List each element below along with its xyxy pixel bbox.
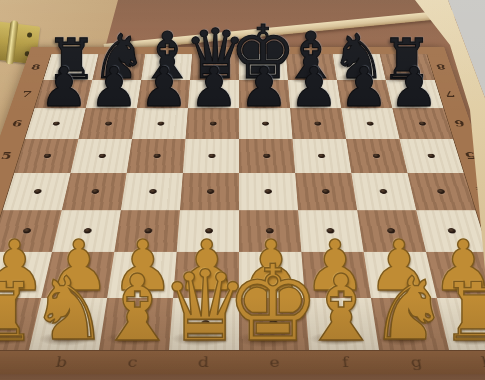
piece-black-pawn-a7[interactable]: ♟ [40, 60, 89, 115]
piece-black-pawn-b7[interactable]: ♟ [90, 60, 139, 115]
square-b4[interactable] [62, 173, 127, 210]
peg-hole [91, 189, 99, 194]
peg-hole [436, 189, 445, 194]
peg-hole [43, 153, 51, 157]
peg-hole [366, 121, 373, 125]
hinge-screw [27, 32, 33, 38]
piece-white-knight-g1[interactable]: ♞ [370, 266, 448, 353]
peg-hole [98, 153, 106, 157]
peg-hole [379, 189, 387, 194]
square-d5[interactable] [183, 139, 239, 173]
peg-hole [264, 189, 272, 194]
square-g4[interactable] [351, 173, 416, 210]
piece-black-pawn-g7[interactable]: ♟ [339, 60, 388, 115]
square-b5[interactable] [70, 139, 131, 173]
square-e4[interactable] [239, 173, 298, 210]
peg-hole [52, 121, 60, 125]
piece-black-pawn-d7[interactable]: ♟ [190, 60, 239, 115]
square-e5[interactable] [239, 139, 295, 173]
square-f5[interactable] [293, 139, 352, 173]
peg-hole [149, 189, 157, 194]
peg-hole [105, 121, 112, 125]
piece-black-pawn-h7[interactable]: ♟ [389, 60, 438, 115]
peg-hole [33, 189, 42, 194]
peg-hole [372, 153, 380, 157]
peg-hole [206, 189, 214, 194]
peg-hole [263, 153, 270, 157]
peg-hole [317, 153, 325, 157]
square-d4[interactable] [180, 173, 239, 210]
square-c5[interactable] [127, 139, 186, 173]
piece-black-pawn-c7[interactable]: ♟ [140, 60, 189, 115]
piece-black-pawn-e7[interactable]: ♟ [239, 60, 288, 115]
peg-hole [153, 153, 161, 157]
square-a5[interactable] [14, 139, 78, 173]
hinge-barrel [5, 20, 18, 65]
square-c4[interactable] [121, 173, 183, 210]
peg-hole [321, 189, 329, 194]
peg-hole [157, 121, 164, 125]
square-a4[interactable] [3, 173, 71, 210]
square-g5[interactable] [346, 139, 407, 173]
peg-hole [314, 121, 321, 125]
photo-stage: 87654321 87654321 abcdefgh ♜♞♝♛♚♝♞♜♟♟♟♟♟… [0, 0, 485, 380]
peg-hole [209, 121, 216, 125]
peg-hole [427, 153, 435, 157]
square-f4[interactable] [295, 173, 357, 210]
piece-white-rook-h1[interactable]: ♜ [441, 272, 485, 352]
peg-hole [208, 153, 215, 157]
peg-hole [262, 121, 269, 125]
piece-black-pawn-f7[interactable]: ♟ [289, 60, 338, 115]
peg-hole [418, 121, 426, 125]
